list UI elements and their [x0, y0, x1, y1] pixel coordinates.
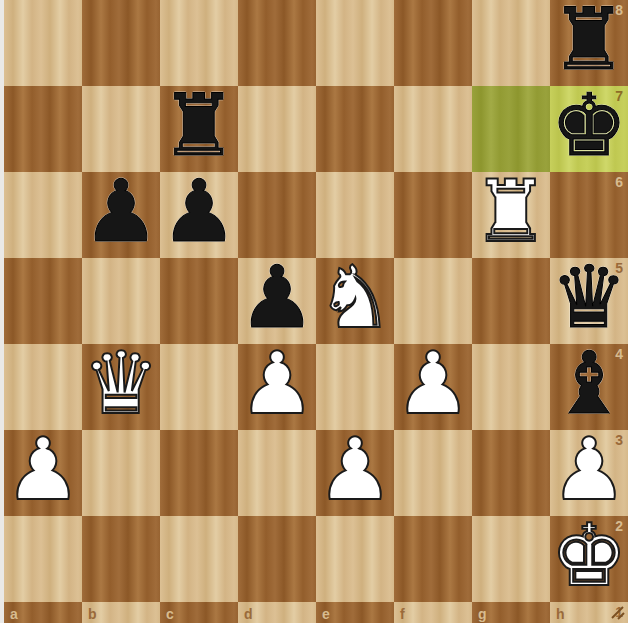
file-label-f: f — [400, 606, 405, 622]
file-label-e: e — [322, 606, 330, 622]
square-b4[interactable]: ♛ — [82, 344, 160, 430]
square-a7[interactable] — [4, 86, 82, 172]
square-b1[interactable]: b — [82, 602, 160, 623]
piece-white-pawn[interactable]: ♟ — [394, 340, 471, 426]
square-f5[interactable] — [394, 258, 472, 344]
square-h4[interactable]: 4♝ — [550, 344, 628, 430]
file-label-g: g — [478, 606, 487, 622]
square-f1[interactable]: f — [394, 602, 472, 623]
piece-white-pawn[interactable]: ♟ — [238, 340, 315, 426]
square-d1[interactable]: d — [238, 602, 316, 623]
square-f2[interactable] — [394, 516, 472, 602]
square-g4[interactable] — [472, 344, 550, 430]
square-d6[interactable] — [238, 172, 316, 258]
square-e6[interactable] — [316, 172, 394, 258]
square-d8[interactable] — [238, 0, 316, 86]
square-b8[interactable] — [82, 0, 160, 86]
resize-grip-icon — [609, 604, 625, 620]
square-d5[interactable]: ♟ — [238, 258, 316, 344]
square-c4[interactable] — [160, 344, 238, 430]
square-a5[interactable] — [4, 258, 82, 344]
piece-white-king[interactable]: ♚ — [550, 512, 627, 598]
piece-white-pawn[interactable]: ♟ — [550, 426, 627, 512]
file-label-d: d — [244, 606, 253, 622]
square-d7[interactable] — [238, 86, 316, 172]
square-g5[interactable] — [472, 258, 550, 344]
file-label-h: h — [556, 606, 565, 622]
square-c2[interactable] — [160, 516, 238, 602]
square-a2[interactable] — [4, 516, 82, 602]
square-f8[interactable] — [394, 0, 472, 86]
square-b5[interactable] — [82, 258, 160, 344]
square-h3[interactable]: 3♟ — [550, 430, 628, 516]
file-label-c: c — [166, 606, 174, 622]
square-e4[interactable] — [316, 344, 394, 430]
square-b7[interactable] — [82, 86, 160, 172]
square-e7[interactable] — [316, 86, 394, 172]
piece-white-rook[interactable]: ♜ — [472, 168, 549, 254]
square-h8[interactable]: 8♜ — [550, 0, 628, 86]
piece-white-knight[interactable]: ♞ — [316, 254, 393, 340]
piece-black-rook[interactable]: ♜ — [550, 0, 627, 82]
file-label-b: b — [88, 606, 97, 622]
piece-black-bishop[interactable]: ♝ — [550, 340, 627, 426]
square-g6[interactable]: ♜ — [472, 172, 550, 258]
piece-black-rook[interactable]: ♜ — [160, 82, 237, 168]
square-f4[interactable]: ♟ — [394, 344, 472, 430]
square-g2[interactable] — [472, 516, 550, 602]
square-a1[interactable]: a — [4, 602, 82, 623]
square-f6[interactable] — [394, 172, 472, 258]
square-c3[interactable] — [160, 430, 238, 516]
square-a4[interactable] — [4, 344, 82, 430]
square-h5[interactable]: 5♛ — [550, 258, 628, 344]
square-g3[interactable] — [472, 430, 550, 516]
piece-white-queen[interactable]: ♛ — [82, 340, 159, 426]
square-c5[interactable] — [160, 258, 238, 344]
square-g8[interactable] — [472, 0, 550, 86]
piece-black-pawn[interactable]: ♟ — [238, 254, 315, 340]
file-label-a: a — [10, 606, 18, 622]
piece-black-pawn[interactable]: ♟ — [160, 168, 237, 254]
square-b6[interactable]: ♟ — [82, 172, 160, 258]
piece-black-pawn[interactable]: ♟ — [82, 168, 159, 254]
square-a8[interactable] — [4, 0, 82, 86]
piece-black-queen[interactable]: ♛ — [550, 254, 627, 340]
square-h2[interactable]: 2♚ — [550, 516, 628, 602]
piece-black-king[interactable]: ♚ — [550, 82, 627, 168]
square-c8[interactable] — [160, 0, 238, 86]
square-c7[interactable]: ♜ — [160, 86, 238, 172]
square-d2[interactable] — [238, 516, 316, 602]
page: 8♜♜7♚♟♟♜6♟♞5♛♛♟♟4♝♟♟3♟2♚abcdefgh1 — [0, 0, 628, 623]
square-c1[interactable]: c — [160, 602, 238, 623]
piece-white-pawn[interactable]: ♟ — [4, 426, 81, 512]
square-e1[interactable]: e — [316, 602, 394, 623]
square-f7[interactable] — [394, 86, 472, 172]
square-e2[interactable] — [316, 516, 394, 602]
square-b2[interactable] — [82, 516, 160, 602]
square-a3[interactable]: ♟ — [4, 430, 82, 516]
square-e8[interactable] — [316, 0, 394, 86]
square-c6[interactable]: ♟ — [160, 172, 238, 258]
square-h6[interactable]: 6 — [550, 172, 628, 258]
square-d4[interactable]: ♟ — [238, 344, 316, 430]
square-a6[interactable] — [4, 172, 82, 258]
square-g1[interactable]: g — [472, 602, 550, 623]
board-resize-handle[interactable] — [609, 604, 625, 620]
piece-white-pawn[interactable]: ♟ — [316, 426, 393, 512]
square-e5[interactable]: ♞ — [316, 258, 394, 344]
chess-board[interactable]: 8♜♜7♚♟♟♜6♟♞5♛♛♟♟4♝♟♟3♟2♚abcdefgh1 — [4, 0, 628, 623]
square-d3[interactable] — [238, 430, 316, 516]
square-g7[interactable] — [472, 86, 550, 172]
square-f3[interactable] — [394, 430, 472, 516]
rank-label-6: 6 — [615, 174, 623, 190]
square-b3[interactable] — [82, 430, 160, 516]
square-e3[interactable]: ♟ — [316, 430, 394, 516]
square-h7[interactable]: 7♚ — [550, 86, 628, 172]
